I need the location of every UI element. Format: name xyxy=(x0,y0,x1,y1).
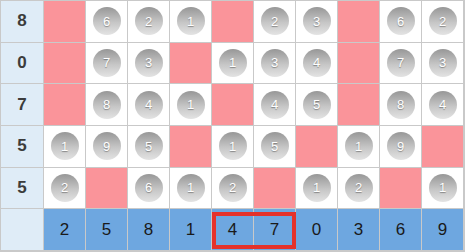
grid-cell: 5 xyxy=(128,126,170,168)
grid-cell: 4 xyxy=(296,43,338,85)
hit-cell xyxy=(254,168,296,210)
grid-cell: 3 xyxy=(296,1,338,43)
number-ball: 3 xyxy=(261,49,289,77)
footer-digit[interactable]: 8 xyxy=(128,209,170,251)
number-ball: 4 xyxy=(303,49,331,77)
grid-cell: 5 xyxy=(296,84,338,126)
grid-cell: 4 xyxy=(422,84,464,126)
row-label: 7 xyxy=(1,84,44,126)
number-ball: 1 xyxy=(429,174,457,202)
hit-cell xyxy=(170,126,212,168)
hit-cell xyxy=(296,126,338,168)
number-ball: 6 xyxy=(93,7,121,35)
footer-digit[interactable]: 2 xyxy=(44,209,86,251)
grid-cell: 2 xyxy=(44,168,86,210)
number-ball: 3 xyxy=(429,49,457,77)
footer-digit[interactable]: 6 xyxy=(380,209,422,251)
grid-cell: 6 xyxy=(86,1,128,43)
number-ball: 1 xyxy=(345,132,373,160)
hit-cell xyxy=(44,1,86,43)
number-ball: 2 xyxy=(429,7,457,35)
grid-cell: 2 xyxy=(422,1,464,43)
number-ball: 8 xyxy=(93,91,121,119)
number-ball: 3 xyxy=(135,49,163,77)
hit-cell xyxy=(338,1,380,43)
row-label: 8 xyxy=(1,1,44,43)
hit-cell xyxy=(86,168,128,210)
number-ball: 6 xyxy=(387,7,415,35)
hit-cell xyxy=(338,43,380,85)
hit-cell xyxy=(170,43,212,85)
footer-digit[interactable]: 9 xyxy=(422,209,464,251)
number-ball: 2 xyxy=(261,7,289,35)
hit-cell xyxy=(44,84,86,126)
number-ball: 9 xyxy=(93,132,121,160)
number-ball: 1 xyxy=(219,49,247,77)
number-ball: 7 xyxy=(93,49,121,77)
grid-cell: 2 xyxy=(212,168,254,210)
row-label: 5 xyxy=(1,126,44,168)
grid-cell: 3 xyxy=(254,43,296,85)
number-ball: 8 xyxy=(387,91,415,119)
grid-cell: 2 xyxy=(338,168,380,210)
row-label: 0 xyxy=(1,43,44,85)
number-ball: 9 xyxy=(387,132,415,160)
number-ball: 2 xyxy=(51,174,79,202)
footer-label-cell xyxy=(1,209,44,251)
grid-cell: 2 xyxy=(128,1,170,43)
grid-cell: 1 xyxy=(422,168,464,210)
grid-cell: 4 xyxy=(254,84,296,126)
grid-cell: 3 xyxy=(128,43,170,85)
trend-chart-board: 8621236207313473784145845195151952612121… xyxy=(0,0,465,252)
grid-cell: 8 xyxy=(86,84,128,126)
grid-cell: 1 xyxy=(338,126,380,168)
number-ball: 1 xyxy=(303,174,331,202)
grid-cell: 7 xyxy=(86,43,128,85)
grid-cell: 1 xyxy=(212,43,254,85)
footer-digit[interactable]: 4 xyxy=(212,209,254,251)
number-ball: 2 xyxy=(135,7,163,35)
grid-cell: 1 xyxy=(170,84,212,126)
footer-digit[interactable]: 7 xyxy=(254,209,296,251)
number-ball: 5 xyxy=(303,91,331,119)
number-ball: 1 xyxy=(219,132,247,160)
footer-digit[interactable]: 5 xyxy=(86,209,128,251)
hit-cell xyxy=(422,126,464,168)
hit-cell xyxy=(338,84,380,126)
number-ball: 2 xyxy=(345,174,373,202)
hit-cell xyxy=(44,43,86,85)
number-ball: 4 xyxy=(429,91,457,119)
hit-cell xyxy=(212,1,254,43)
hit-cell xyxy=(212,84,254,126)
number-ball: 5 xyxy=(261,132,289,160)
grid-cell: 3 xyxy=(422,43,464,85)
footer-digit[interactable]: 0 xyxy=(296,209,338,251)
grid-cell: 1 xyxy=(170,168,212,210)
grid-cell: 6 xyxy=(128,168,170,210)
number-ball: 1 xyxy=(177,91,205,119)
grid-cell: 1 xyxy=(296,168,338,210)
number-ball: 4 xyxy=(261,91,289,119)
grid-cell: 7 xyxy=(380,43,422,85)
grid-cell: 8 xyxy=(380,84,422,126)
grid-cell: 2 xyxy=(254,1,296,43)
grid-cell: 9 xyxy=(86,126,128,168)
footer-digit[interactable]: 3 xyxy=(338,209,380,251)
grid-cell: 6 xyxy=(380,1,422,43)
grid-cell: 5 xyxy=(254,126,296,168)
grid-cell: 9 xyxy=(380,126,422,168)
grid-cell: 1 xyxy=(44,126,86,168)
number-ball: 1 xyxy=(51,132,79,160)
number-ball: 4 xyxy=(135,91,163,119)
number-ball: 1 xyxy=(177,7,205,35)
grid-cell: 4 xyxy=(128,84,170,126)
grid-cell: 1 xyxy=(170,1,212,43)
number-ball: 7 xyxy=(387,49,415,77)
number-ball: 5 xyxy=(135,132,163,160)
hit-cell xyxy=(380,168,422,210)
number-ball: 3 xyxy=(303,7,331,35)
grid-cell: 1 xyxy=(212,126,254,168)
number-ball: 1 xyxy=(177,174,205,202)
number-ball: 2 xyxy=(219,174,247,202)
footer-digit[interactable]: 1 xyxy=(170,209,212,251)
row-label: 5 xyxy=(1,168,44,210)
number-ball: 6 xyxy=(135,174,163,202)
